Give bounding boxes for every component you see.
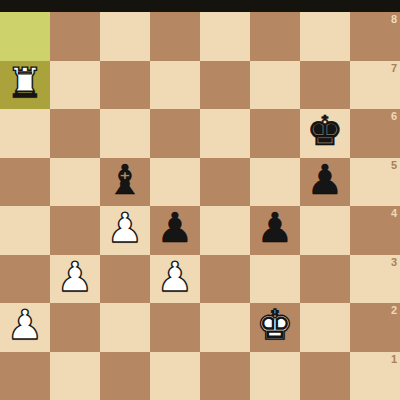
- square-b6[interactable]: [50, 109, 100, 158]
- square-f4[interactable]: ♟: [250, 206, 300, 255]
- square-h4[interactable]: 4: [350, 206, 400, 255]
- square-d5[interactable]: [150, 158, 200, 207]
- square-f5[interactable]: [250, 158, 300, 207]
- square-c3[interactable]: [100, 255, 150, 304]
- square-a8[interactable]: [0, 12, 50, 61]
- square-h2[interactable]: 2: [350, 303, 400, 352]
- square-e4[interactable]: [200, 206, 250, 255]
- top-bar: [0, 0, 400, 12]
- square-h5[interactable]: 5: [350, 158, 400, 207]
- square-b4[interactable]: [50, 206, 100, 255]
- rank-label-3: 3: [391, 257, 397, 268]
- square-d6[interactable]: [150, 109, 200, 158]
- square-d4[interactable]: ♟: [150, 206, 200, 255]
- square-a2[interactable]: ♟: [0, 303, 50, 352]
- rank-label-8: 8: [391, 14, 397, 25]
- square-f3[interactable]: [250, 255, 300, 304]
- square-h8[interactable]: 8: [350, 12, 400, 61]
- square-g5[interactable]: ♟: [300, 158, 350, 207]
- rank-label-7: 7: [391, 63, 397, 74]
- square-c1[interactable]: [100, 352, 150, 400]
- white-pawn-d3[interactable]: ♟: [157, 257, 194, 298]
- square-e3[interactable]: [200, 255, 250, 304]
- square-h1[interactable]: 1: [350, 352, 400, 400]
- square-f7[interactable]: [250, 61, 300, 110]
- square-g2[interactable]: [300, 303, 350, 352]
- square-f2[interactable]: ♚: [250, 303, 300, 352]
- square-f8[interactable]: [250, 12, 300, 61]
- square-h3[interactable]: 3: [350, 255, 400, 304]
- square-g4[interactable]: [300, 206, 350, 255]
- square-a6[interactable]: [0, 109, 50, 158]
- white-king-f2[interactable]: ♚: [257, 305, 294, 346]
- square-a4[interactable]: [0, 206, 50, 255]
- square-c2[interactable]: [100, 303, 150, 352]
- square-e5[interactable]: [200, 158, 250, 207]
- black-pawn-g5[interactable]: ♟: [307, 160, 344, 201]
- square-b8[interactable]: [50, 12, 100, 61]
- square-e1[interactable]: [200, 352, 250, 400]
- square-e6[interactable]: [200, 109, 250, 158]
- square-c4[interactable]: ♟: [100, 206, 150, 255]
- square-h7[interactable]: 7: [350, 61, 400, 110]
- black-pawn-f4[interactable]: ♟: [257, 208, 294, 249]
- square-d1[interactable]: [150, 352, 200, 400]
- square-a5[interactable]: [0, 158, 50, 207]
- square-e8[interactable]: [200, 12, 250, 61]
- rank-label-1: 1: [391, 354, 397, 365]
- square-b7[interactable]: [50, 61, 100, 110]
- square-c6[interactable]: [100, 109, 150, 158]
- square-b2[interactable]: [50, 303, 100, 352]
- square-h6[interactable]: 6: [350, 109, 400, 158]
- square-d8[interactable]: [150, 12, 200, 61]
- square-b5[interactable]: [50, 158, 100, 207]
- square-c8[interactable]: [100, 12, 150, 61]
- square-a3[interactable]: [0, 255, 50, 304]
- square-g8[interactable]: [300, 12, 350, 61]
- square-g6[interactable]: ♚: [300, 109, 350, 158]
- square-c7[interactable]: [100, 61, 150, 110]
- black-king-g6[interactable]: ♚: [307, 111, 344, 152]
- rank-label-4: 4: [391, 208, 397, 219]
- square-c5[interactable]: ♝: [100, 158, 150, 207]
- black-bishop-c5[interactable]: ♝: [107, 160, 144, 201]
- square-g1[interactable]: [300, 352, 350, 400]
- white-pawn-a2[interactable]: ♟: [7, 305, 44, 346]
- rank-label-6: 6: [391, 111, 397, 122]
- square-a1[interactable]: [0, 352, 50, 400]
- square-d3[interactable]: ♟: [150, 255, 200, 304]
- square-f1[interactable]: [250, 352, 300, 400]
- square-b1[interactable]: [50, 352, 100, 400]
- white-pawn-b3[interactable]: ♟: [57, 257, 94, 298]
- square-a7[interactable]: ♜: [0, 61, 50, 110]
- square-d7[interactable]: [150, 61, 200, 110]
- white-pawn-c4[interactable]: ♟: [107, 208, 144, 249]
- white-rook-a7[interactable]: ♜: [7, 63, 44, 104]
- rank-label-2: 2: [391, 305, 397, 316]
- square-g7[interactable]: [300, 61, 350, 110]
- square-f6[interactable]: [250, 109, 300, 158]
- chess-board: 8♜7♚6♝♟5♟♟♟4♟♟3♟♚21: [0, 12, 400, 400]
- rank-label-5: 5: [391, 160, 397, 171]
- square-e7[interactable]: [200, 61, 250, 110]
- square-g3[interactable]: [300, 255, 350, 304]
- square-b3[interactable]: ♟: [50, 255, 100, 304]
- square-e2[interactable]: [200, 303, 250, 352]
- black-pawn-d4[interactable]: ♟: [157, 208, 194, 249]
- square-d2[interactable]: [150, 303, 200, 352]
